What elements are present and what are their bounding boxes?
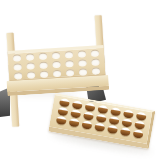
hole-r3-c6 bbox=[76, 66, 90, 75]
drilled-hole bbox=[12, 55, 20, 61]
drilled-hole bbox=[132, 129, 143, 139]
drilled-hole bbox=[79, 68, 87, 74]
drilled-hole bbox=[106, 124, 117, 134]
drilled-hole bbox=[65, 51, 73, 57]
drilled-hole bbox=[53, 69, 61, 75]
drilled-hole bbox=[26, 54, 34, 60]
drilled-hole bbox=[65, 60, 73, 66]
drilled-hole bbox=[92, 67, 100, 73]
hole-r3-c1 bbox=[11, 70, 25, 79]
drilled-hole bbox=[81, 120, 92, 130]
loose-hole-panel bbox=[48, 93, 155, 149]
drilled-hole bbox=[39, 62, 47, 68]
drilled-hole bbox=[55, 115, 66, 125]
drilled-hole bbox=[39, 53, 47, 59]
drilled-hole bbox=[91, 50, 99, 56]
drilled-hole bbox=[119, 127, 130, 137]
drilled-hole bbox=[26, 62, 34, 68]
drilled-hole bbox=[68, 118, 79, 128]
drilled-hole bbox=[13, 63, 21, 69]
drilled-hole bbox=[78, 51, 86, 57]
hole-r3-c7 bbox=[131, 128, 145, 139]
wooden-connect-four-photo bbox=[0, 0, 160, 160]
hole-r3-c4 bbox=[50, 68, 64, 77]
drilled-hole bbox=[92, 58, 100, 64]
hole-r3-c5 bbox=[63, 67, 77, 76]
drilled-hole bbox=[27, 71, 35, 77]
drilled-hole bbox=[94, 122, 105, 132]
drilled-hole bbox=[52, 52, 60, 58]
drilled-hole bbox=[40, 70, 48, 76]
hole-r3-c3 bbox=[37, 69, 51, 78]
loose-panel-hole-grid bbox=[54, 98, 148, 139]
hole-r3-c2 bbox=[24, 70, 38, 79]
drilled-hole bbox=[79, 59, 87, 65]
drilled-hole bbox=[14, 72, 22, 78]
hole-r3-c7 bbox=[90, 66, 104, 75]
drilled-hole bbox=[66, 69, 74, 75]
drilled-hole bbox=[52, 61, 60, 67]
